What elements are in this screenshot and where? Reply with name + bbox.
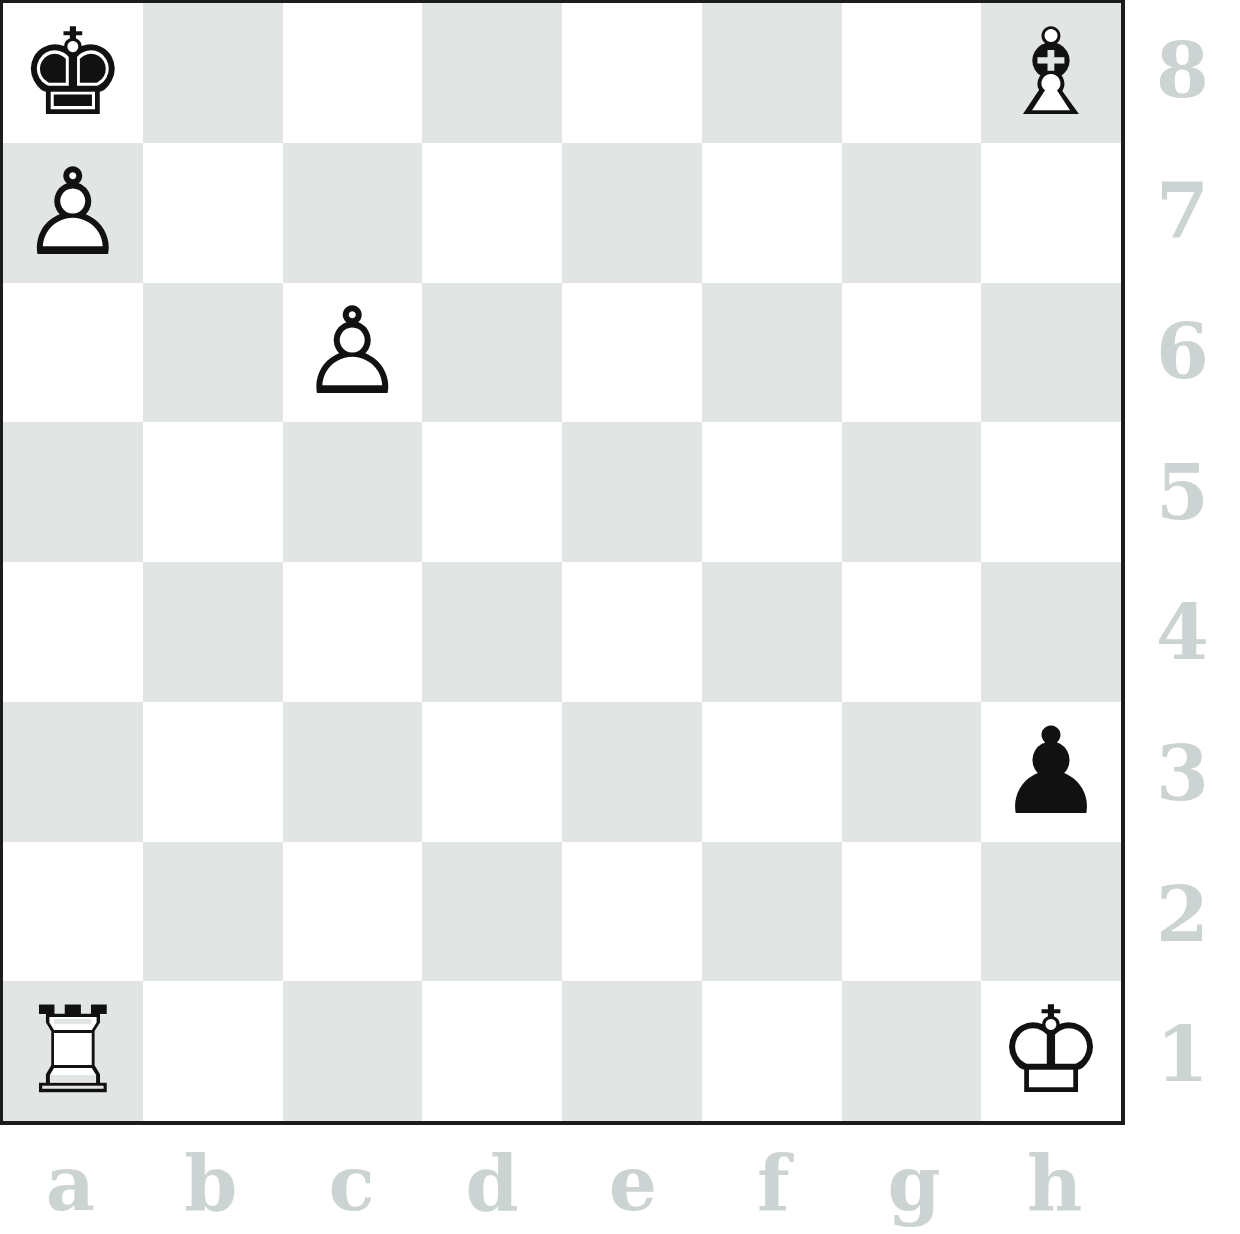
rank-label-5: 5 xyxy=(1125,422,1240,563)
white-pawn-piece: ♟♙ xyxy=(19,153,127,273)
square-b7 xyxy=(143,143,283,283)
piece-glyph: ♚ xyxy=(19,13,127,133)
square-a2 xyxy=(3,842,143,982)
square-g7 xyxy=(842,143,982,283)
square-f3 xyxy=(702,702,842,842)
square-d1 xyxy=(422,981,562,1121)
square-a7: ♟♙ xyxy=(3,143,143,283)
square-e3 xyxy=(562,702,702,842)
square-d4 xyxy=(422,562,562,702)
file-label-a: a xyxy=(0,1125,141,1234)
rank-label-1: 1 xyxy=(1125,984,1240,1125)
square-d6 xyxy=(422,283,562,423)
square-g2 xyxy=(842,842,982,982)
rank-label-4: 4 xyxy=(1125,563,1240,704)
piece-glyph: ♙ xyxy=(19,153,127,273)
white-pawn-piece: ♟♙ xyxy=(299,292,407,412)
white-bishop-piece: ♝♗ xyxy=(997,13,1105,133)
square-f1 xyxy=(702,981,842,1121)
square-e8 xyxy=(562,3,702,143)
square-b4 xyxy=(143,562,283,702)
square-a1: ♜♖ xyxy=(3,981,143,1121)
square-h2 xyxy=(981,842,1121,982)
file-label-d: d xyxy=(422,1125,563,1234)
rank-label-8: 8 xyxy=(1125,0,1240,141)
square-g4 xyxy=(842,562,982,702)
square-e2 xyxy=(562,842,702,982)
square-g1 xyxy=(842,981,982,1121)
chess-board: ♚♝♗♟♙♟♙♟♜♖♚♔ xyxy=(0,0,1125,1125)
black-pawn-piece: ♟ xyxy=(997,712,1105,832)
square-e4 xyxy=(562,562,702,702)
square-d8 xyxy=(422,3,562,143)
square-a8: ♚ xyxy=(3,3,143,143)
square-g3 xyxy=(842,702,982,842)
square-f5 xyxy=(702,422,842,562)
square-g5 xyxy=(842,422,982,562)
file-label-b: b xyxy=(141,1125,282,1234)
file-label-e: e xyxy=(563,1125,704,1234)
square-d2 xyxy=(422,842,562,982)
square-h3: ♟ xyxy=(981,702,1121,842)
rank-labels: 87654321 xyxy=(1125,0,1240,1125)
file-label-c: c xyxy=(281,1125,422,1234)
square-e7 xyxy=(562,143,702,283)
square-f6 xyxy=(702,283,842,423)
square-c5 xyxy=(283,422,423,562)
piece-glyph: ♔ xyxy=(997,991,1105,1111)
square-b8 xyxy=(143,3,283,143)
square-d3 xyxy=(422,702,562,842)
square-b5 xyxy=(143,422,283,562)
square-c6: ♟♙ xyxy=(283,283,423,423)
square-b1 xyxy=(143,981,283,1121)
rank-label-2: 2 xyxy=(1125,844,1240,985)
square-a3 xyxy=(3,702,143,842)
square-e5 xyxy=(562,422,702,562)
square-h4 xyxy=(981,562,1121,702)
square-e1 xyxy=(562,981,702,1121)
rank-label-7: 7 xyxy=(1125,141,1240,282)
square-b2 xyxy=(143,842,283,982)
square-c3 xyxy=(283,702,423,842)
square-e6 xyxy=(562,283,702,423)
square-h6 xyxy=(981,283,1121,423)
square-g6 xyxy=(842,283,982,423)
square-d7 xyxy=(422,143,562,283)
square-c2 xyxy=(283,842,423,982)
black-king-piece: ♚ xyxy=(19,13,127,133)
square-f8 xyxy=(702,3,842,143)
square-d5 xyxy=(422,422,562,562)
file-label-h: h xyxy=(984,1125,1125,1234)
square-b6 xyxy=(143,283,283,423)
white-rook-piece: ♜♖ xyxy=(19,991,127,1111)
square-h5 xyxy=(981,422,1121,562)
square-f7 xyxy=(702,143,842,283)
piece-glyph: ♖ xyxy=(19,991,127,1111)
square-h1: ♚♔ xyxy=(981,981,1121,1121)
file-labels: abcdefgh xyxy=(0,1125,1125,1234)
square-h7 xyxy=(981,143,1121,283)
square-g8 xyxy=(842,3,982,143)
piece-glyph: ♟ xyxy=(997,712,1105,832)
square-c4 xyxy=(283,562,423,702)
square-c7 xyxy=(283,143,423,283)
square-f2 xyxy=(702,842,842,982)
square-a5 xyxy=(3,422,143,562)
rank-label-6: 6 xyxy=(1125,281,1240,422)
square-f4 xyxy=(702,562,842,702)
file-label-g: g xyxy=(844,1125,985,1234)
rank-label-3: 3 xyxy=(1125,703,1240,844)
square-b3 xyxy=(143,702,283,842)
square-h8: ♝♗ xyxy=(981,3,1121,143)
piece-glyph: ♗ xyxy=(997,13,1105,133)
square-c1 xyxy=(283,981,423,1121)
file-label-f: f xyxy=(703,1125,844,1234)
piece-glyph: ♙ xyxy=(299,292,407,412)
square-c8 xyxy=(283,3,423,143)
square-a4 xyxy=(3,562,143,702)
square-a6 xyxy=(3,283,143,423)
white-king-piece: ♚♔ xyxy=(997,991,1105,1111)
chess-diagram: ♚♝♗♟♙♟♙♟♜♖♚♔ 87654321 abcdefgh xyxy=(0,0,1240,1234)
